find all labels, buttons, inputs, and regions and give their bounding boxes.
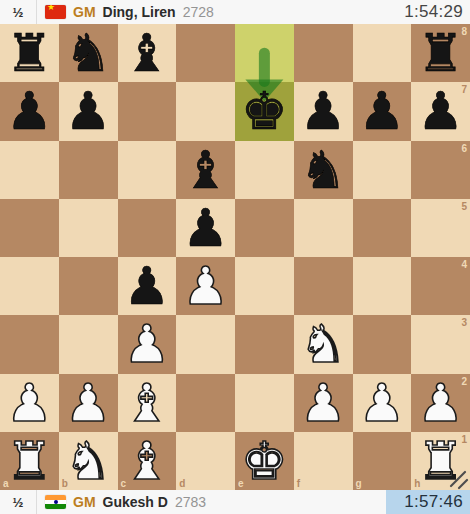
square-c2[interactable]: ♝ <box>118 374 177 432</box>
square-b1[interactable]: ♞b <box>59 432 118 490</box>
square-g5[interactable] <box>353 199 412 257</box>
square-e8[interactable] <box>235 24 294 82</box>
square-c7[interactable] <box>118 82 177 140</box>
square-a8[interactable]: ♜ <box>0 24 59 82</box>
square-a4[interactable] <box>0 257 59 315</box>
square-b5[interactable] <box>59 199 118 257</box>
square-c4[interactable]: ♟ <box>118 257 177 315</box>
rank-label-7: 7 <box>461 84 467 95</box>
square-h4[interactable]: 4 <box>411 257 470 315</box>
square-h8[interactable]: ♜8 <box>411 24 470 82</box>
square-h2[interactable]: ♟2 <box>411 374 470 432</box>
piece-black-pawn: ♟ <box>59 82 118 140</box>
file-label-a: a <box>3 478 9 489</box>
square-c3[interactable]: ♟ <box>118 315 177 373</box>
square-a2[interactable]: ♟ <box>0 374 59 432</box>
square-h7[interactable]: ♟7 <box>411 82 470 140</box>
square-f2[interactable]: ♟ <box>294 374 353 432</box>
square-e3[interactable] <box>235 315 294 373</box>
piece-white-rook: ♜ <box>0 432 59 490</box>
square-f4[interactable] <box>294 257 353 315</box>
rank-label-1: 1 <box>461 434 467 445</box>
piece-white-knight: ♞ <box>294 315 353 373</box>
player-bar-top: ½ GM Ding, Liren 2728 1:54:29 <box>0 0 470 24</box>
square-d8[interactable] <box>176 24 235 82</box>
file-label-e: e <box>238 478 244 489</box>
piece-black-knight: ♞ <box>59 24 118 82</box>
square-e1[interactable]: ♚e <box>235 432 294 490</box>
square-a6[interactable] <box>0 141 59 199</box>
square-g7[interactable]: ♟ <box>353 82 412 140</box>
chess-board[interactable]: ♜♞♝♜8♟♟♚♟♟♟7♝♞6♟5♟♟4♟♞3♟♟♝♟♟♟2♜a♞b♝cd♚ef… <box>0 24 470 490</box>
square-b8[interactable]: ♞ <box>59 24 118 82</box>
piece-black-king: ♚ <box>235 82 294 140</box>
square-f5[interactable] <box>294 199 353 257</box>
square-h3[interactable]: 3 <box>411 315 470 373</box>
square-c6[interactable] <box>118 141 177 199</box>
square-g4[interactable] <box>353 257 412 315</box>
piece-black-rook: ♜ <box>0 24 59 82</box>
india-flag-icon <box>45 495 66 509</box>
piece-black-pawn: ♟ <box>0 82 59 140</box>
square-a5[interactable] <box>0 199 59 257</box>
square-e5[interactable] <box>235 199 294 257</box>
square-f3[interactable]: ♞ <box>294 315 353 373</box>
file-label-c: c <box>121 478 127 489</box>
piece-black-pawn: ♟ <box>118 257 177 315</box>
square-d5[interactable]: ♟ <box>176 199 235 257</box>
square-a3[interactable] <box>0 315 59 373</box>
square-g8[interactable] <box>353 24 412 82</box>
bottom-player-clock: 1:57:46 <box>386 490 470 514</box>
square-b2[interactable]: ♟ <box>59 374 118 432</box>
piece-white-pawn: ♟ <box>411 374 470 432</box>
top-player-rating: 2728 <box>183 4 214 20</box>
square-d7[interactable] <box>176 82 235 140</box>
square-c1[interactable]: ♝c <box>118 432 177 490</box>
piece-white-pawn: ♟ <box>176 257 235 315</box>
piece-white-knight: ♞ <box>59 432 118 490</box>
piece-black-pawn: ♟ <box>411 82 470 140</box>
square-e4[interactable] <box>235 257 294 315</box>
rank-label-5: 5 <box>461 201 467 212</box>
china-flag-icon <box>45 5 66 19</box>
rank-label-3: 3 <box>461 317 467 328</box>
file-label-g: g <box>356 478 362 489</box>
rank-label-6: 6 <box>461 143 467 154</box>
bottom-player-score: ½ <box>0 490 37 514</box>
chess-broadcast-window: ½ GM Ding, Liren 2728 1:54:29 ♜♞♝♜8♟♟♚♟♟… <box>0 0 470 514</box>
piece-white-bishop: ♝ <box>118 374 177 432</box>
bottom-player-title: GM <box>73 494 96 510</box>
piece-white-rook: ♜ <box>411 432 470 490</box>
top-player-score: ½ <box>0 0 37 24</box>
player-bar-bottom: ½ GM Gukesh D 2783 1:57:46 <box>0 490 470 514</box>
piece-white-king: ♚ <box>235 432 294 490</box>
rank-label-8: 8 <box>461 26 467 37</box>
piece-black-rook: ♜ <box>411 24 470 82</box>
file-label-f: f <box>297 478 300 489</box>
square-d3[interactable] <box>176 315 235 373</box>
rank-label-4: 4 <box>461 259 467 270</box>
piece-black-pawn: ♟ <box>176 199 235 257</box>
piece-black-bishop: ♝ <box>118 24 177 82</box>
square-f8[interactable] <box>294 24 353 82</box>
piece-black-pawn: ♟ <box>353 82 412 140</box>
piece-white-pawn: ♟ <box>294 374 353 432</box>
square-e7[interactable]: ♚ <box>235 82 294 140</box>
piece-white-bishop: ♝ <box>118 432 177 490</box>
square-g6[interactable] <box>353 141 412 199</box>
file-label-b: b <box>62 478 68 489</box>
square-h5[interactable]: 5 <box>411 199 470 257</box>
top-player-title: GM <box>73 4 96 20</box>
square-f1[interactable]: f <box>294 432 353 490</box>
square-b4[interactable] <box>59 257 118 315</box>
file-label-d: d <box>179 478 185 489</box>
square-h1[interactable]: ♜1h <box>411 432 470 490</box>
square-c5[interactable] <box>118 199 177 257</box>
bottom-player-name: Gukesh D <box>103 494 168 510</box>
square-a7[interactable]: ♟ <box>0 82 59 140</box>
square-g1[interactable]: g <box>353 432 412 490</box>
piece-white-pawn: ♟ <box>353 374 412 432</box>
top-player-name: Ding, Liren <box>103 4 176 20</box>
square-b7[interactable]: ♟ <box>59 82 118 140</box>
square-g2[interactable]: ♟ <box>353 374 412 432</box>
square-d1[interactable]: d <box>176 432 235 490</box>
piece-white-pawn: ♟ <box>59 374 118 432</box>
square-d2[interactable] <box>176 374 235 432</box>
file-label-h: h <box>414 478 420 489</box>
rank-label-2: 2 <box>461 376 467 387</box>
square-b3[interactable] <box>59 315 118 373</box>
square-a1[interactable]: ♜a <box>0 432 59 490</box>
square-d4[interactable]: ♟ <box>176 257 235 315</box>
top-player-clock: 1:54:29 <box>386 0 470 24</box>
piece-black-bishop: ♝ <box>176 141 235 199</box>
piece-black-knight: ♞ <box>294 141 353 199</box>
square-e2[interactable] <box>235 374 294 432</box>
square-f7[interactable]: ♟ <box>294 82 353 140</box>
square-h6[interactable]: 6 <box>411 141 470 199</box>
square-c8[interactable]: ♝ <box>118 24 177 82</box>
square-g3[interactable] <box>353 315 412 373</box>
square-d6[interactable]: ♝ <box>176 141 235 199</box>
piece-white-pawn: ♟ <box>118 315 177 373</box>
bottom-player-rating: 2783 <box>175 494 206 510</box>
piece-white-pawn: ♟ <box>0 374 59 432</box>
square-b6[interactable] <box>59 141 118 199</box>
square-e6[interactable] <box>235 141 294 199</box>
piece-black-pawn: ♟ <box>294 82 353 140</box>
square-f6[interactable]: ♞ <box>294 141 353 199</box>
